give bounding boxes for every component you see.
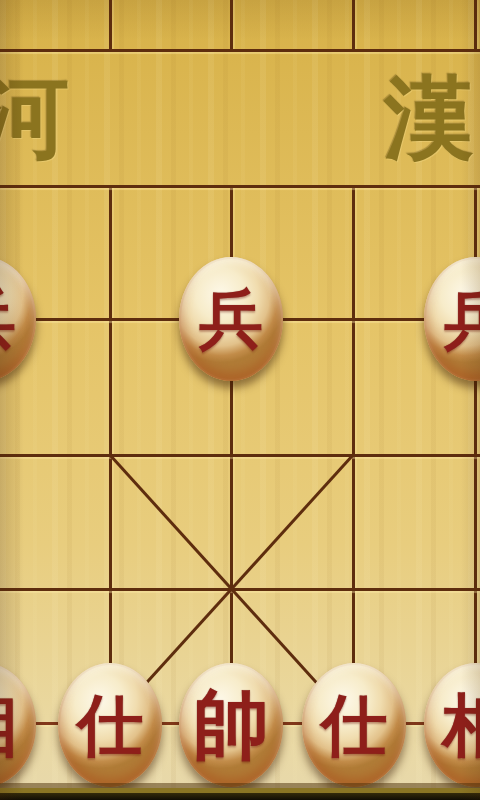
board-bottom-edge	[0, 793, 480, 800]
piece-glyph: 帥	[193, 687, 269, 763]
piece-glyph: 兵	[444, 287, 480, 351]
piece-red-advisor-left[interactable]: 仕	[58, 663, 162, 787]
piece-glyph: 相	[442, 691, 480, 759]
piece-red-elephant-left[interactable]: 相	[0, 663, 36, 787]
piece-red-soldier-center[interactable]: 兵	[179, 257, 283, 381]
xiangqi-board: 河 漢 兵兵兵相仕帥仕相	[0, 0, 480, 800]
piece-glyph: 相	[0, 691, 18, 759]
piece-red-general[interactable]: 帥	[179, 663, 283, 787]
piece-red-elephant-right[interactable]: 相	[424, 663, 480, 787]
piece-glyph: 兵	[0, 287, 16, 351]
piece-red-soldier-left[interactable]: 兵	[0, 257, 36, 381]
piece-red-soldier-right[interactable]: 兵	[424, 257, 480, 381]
pieces-layer: 兵兵兵相仕帥仕相	[0, 0, 480, 800]
piece-red-advisor-right[interactable]: 仕	[302, 663, 406, 787]
piece-glyph: 仕	[77, 692, 143, 758]
piece-glyph: 兵	[199, 287, 263, 351]
piece-glyph: 仕	[321, 692, 387, 758]
